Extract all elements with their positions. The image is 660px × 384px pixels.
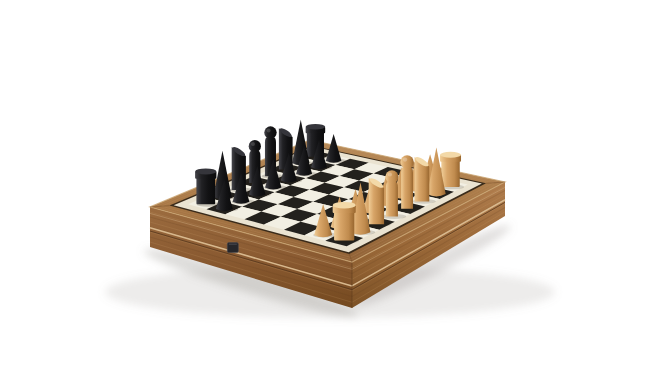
chess-scene-svg: Product photo of a Bauhaus-style chess s… — [0, 0, 660, 384]
box-clasp — [227, 243, 238, 253]
product-photo-chess-set: Product photo of a Bauhaus-style chess s… — [0, 0, 660, 384]
